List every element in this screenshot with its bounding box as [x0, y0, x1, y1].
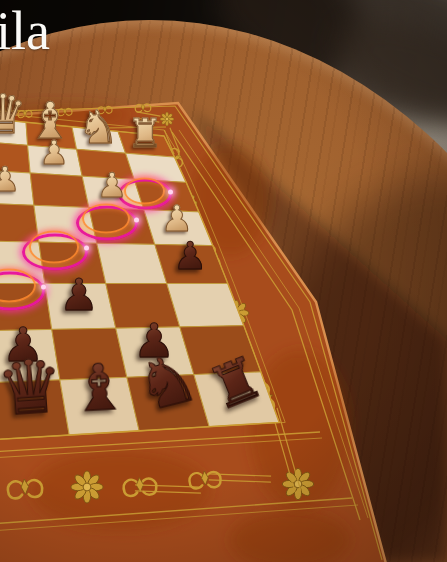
chess-app-screen: ♛♝♞♜♟♟♟♟♟♟♟♟♛♝♞♜ ila: [0, 0, 447, 562]
app-title-fragment: ila: [0, 0, 50, 62]
vignette: [0, 0, 447, 562]
